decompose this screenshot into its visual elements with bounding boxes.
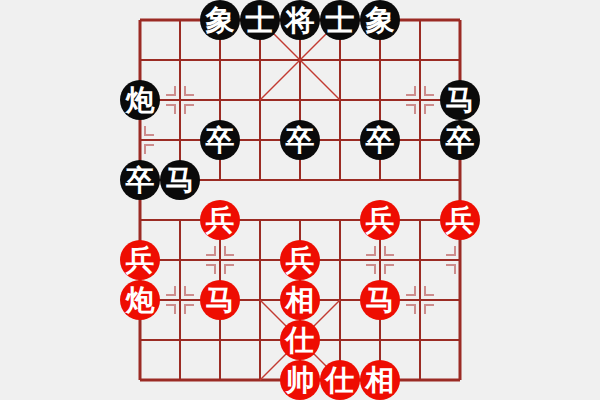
xiangqi-app: 象士将士象炮马卒卒卒卒卒马兵兵兵兵兵炮马相马仕帅仕相 (0, 0, 600, 400)
black-pawn-piece[interactable]: 卒 (440, 120, 480, 160)
red-advisor-piece[interactable]: 仕 (320, 360, 360, 400)
black-pawn-piece[interactable]: 卒 (280, 120, 320, 160)
red-cannon-piece[interactable]: 炮 (120, 280, 160, 320)
black-pawn-piece[interactable]: 卒 (360, 120, 400, 160)
black-elephant-piece[interactable]: 象 (200, 0, 240, 40)
red-horse-piece[interactable]: 马 (360, 280, 400, 320)
black-advisor-piece[interactable]: 士 (320, 0, 360, 40)
red-horse-piece[interactable]: 马 (200, 280, 240, 320)
black-horse-piece[interactable]: 马 (160, 160, 200, 200)
black-horse-piece[interactable]: 马 (440, 80, 480, 120)
black-elephant-piece[interactable]: 象 (360, 0, 400, 40)
black-pawn-piece[interactable]: 卒 (120, 160, 160, 200)
xiangqi-board: 象士将士象炮马卒卒卒卒卒马兵兵兵兵兵炮马相马仕帅仕相 (120, 0, 480, 400)
black-pawn-piece[interactable]: 卒 (200, 120, 240, 160)
red-advisor-piece[interactable]: 仕 (280, 320, 320, 360)
red-pawn-piece[interactable]: 兵 (360, 200, 400, 240)
red-pawn-piece[interactable]: 兵 (120, 240, 160, 280)
black-cannon-piece[interactable]: 炮 (120, 80, 160, 120)
red-pawn-piece[interactable]: 兵 (200, 200, 240, 240)
red-pawn-piece[interactable]: 兵 (440, 200, 480, 240)
red-elephant-piece[interactable]: 相 (280, 280, 320, 320)
black-advisor-piece[interactable]: 士 (240, 0, 280, 40)
red-elephant-piece[interactable]: 相 (360, 360, 400, 400)
black-king-piece[interactable]: 将 (280, 0, 320, 40)
pieces-layer: 象士将士象炮马卒卒卒卒卒马兵兵兵兵兵炮马相马仕帅仕相 (120, 0, 480, 400)
red-pawn-piece[interactable]: 兵 (280, 240, 320, 280)
red-king-piece[interactable]: 帅 (280, 360, 320, 400)
